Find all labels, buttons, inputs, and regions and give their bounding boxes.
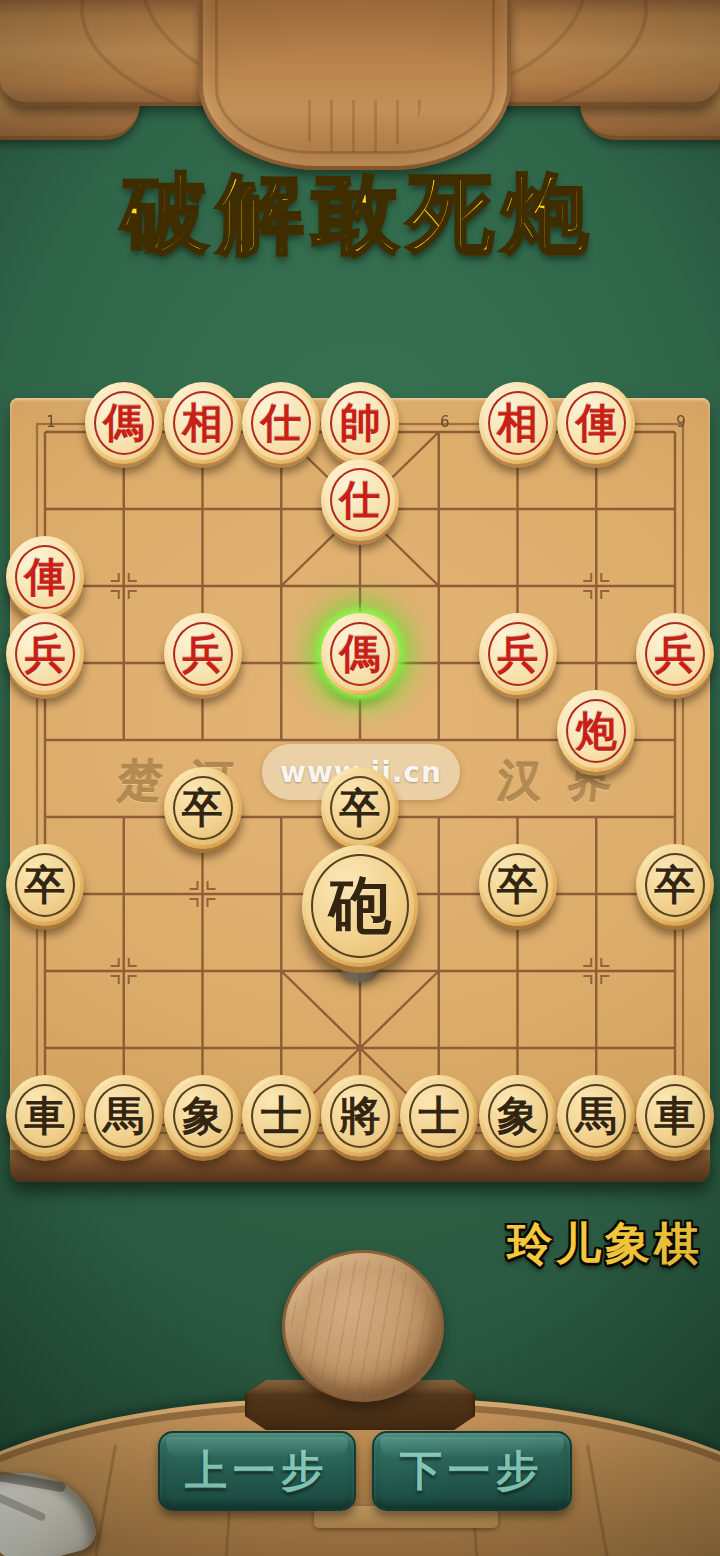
piece-glyph: 車 [25,1096,66,1137]
piece-glyph: 傌 [340,634,381,675]
piece-士-f6r10[interactable]: 士 [400,1075,478,1157]
piece-glyph: 炮 [576,711,617,752]
piece-glyph: 帥 [340,403,381,444]
piece-glyph: 俥 [25,557,66,598]
video-title: 破解敢死炮 [0,156,720,273]
piece-仕-f5r2[interactable]: 仕 [321,459,399,541]
piece-兵-f1r4[interactable]: 兵 [6,613,84,695]
piece-兵-f3r4[interactable]: 兵 [164,613,242,695]
piece-glyph: 馬 [103,1096,144,1137]
piece-象-f3r10[interactable]: 象 [164,1075,242,1157]
piece-glyph: 兵 [497,634,538,675]
piece-glyph: 馬 [576,1096,617,1137]
piece-glyph: 卒 [25,865,66,906]
piece-象-f7r10[interactable]: 象 [479,1075,557,1157]
piece-炮-f8r5[interactable]: 炮 [557,690,635,772]
piece-傌-f5r4[interactable]: 傌 [321,613,399,695]
piece-glyph: 相 [497,403,538,444]
piece-glyph: 車 [655,1096,696,1137]
piece-glyph: 卒 [182,788,223,829]
piece-俥-f1r3[interactable]: 俥 [6,536,84,618]
piece-glyph: 兵 [182,634,223,675]
piece-將-f5r10[interactable]: 將 [321,1075,399,1157]
piece-glyph: 士 [418,1096,459,1137]
piece-兵-f7r4[interactable]: 兵 [479,613,557,695]
piece-馬-f8r10[interactable]: 馬 [557,1075,635,1157]
piece-車-f9r10[interactable]: 車 [636,1075,714,1157]
piece-glyph: 兵 [655,634,696,675]
file-label-6: 6 [433,413,457,431]
prev-step-label: 上一步 [185,1443,329,1499]
piece-卒-f3r6[interactable]: 卒 [164,767,242,849]
piece-glyph: 傌 [103,403,144,444]
piece-傌-f2r1[interactable]: 傌 [85,382,163,464]
channel-name: 玲儿象棋 [498,1214,712,1274]
piece-glyph: 士 [261,1096,302,1137]
piece-bowl [282,1250,444,1402]
piece-相-f7r1[interactable]: 相 [479,382,557,464]
piece-士-f4r10[interactable]: 士 [242,1075,320,1157]
piece-車-f1r10[interactable]: 車 [6,1075,84,1157]
next-step-button[interactable]: 下一步 [372,1431,572,1511]
piece-glyph: 卒 [655,865,696,906]
app-screen: 破解敢死炮 楚河 汉界 www.jj.cn 123456789傌相仕帥相俥仕俥兵… [0,0,720,1556]
piece-馬-f2r10[interactable]: 馬 [85,1075,163,1157]
piece-glyph: 卒 [340,788,381,829]
next-step-label: 下一步 [400,1443,544,1499]
piece-glyph: 兵 [25,634,66,675]
prev-step-button[interactable]: 上一步 [158,1431,356,1511]
piece-俥-f8r1[interactable]: 俥 [557,382,635,464]
wood-arch-medallion [199,0,511,170]
piece-glyph: 仕 [261,403,302,444]
piece-glyph: 仕 [340,480,381,521]
piece-glyph: 將 [340,1096,381,1137]
file-label-1: 1 [39,413,63,431]
piece-帥-f5r1[interactable]: 帥 [321,382,399,464]
piece-glyph: 俥 [576,403,617,444]
piece-相-f3r1[interactable]: 相 [164,382,242,464]
piece-兵-f9r4[interactable]: 兵 [636,613,714,695]
piece-卒-f7r7[interactable]: 卒 [479,844,557,926]
piece-卒-f9r7[interactable]: 卒 [636,844,714,926]
file-label-9: 9 [669,413,693,431]
piece-砲-f5r8[interactable]: 砲 [302,845,418,967]
piece-仕-f4r1[interactable]: 仕 [242,382,320,464]
piece-卒-f5r6[interactable]: 卒 [321,767,399,849]
piece-glyph: 象 [182,1096,223,1137]
piece-glyph: 砲 [329,875,391,937]
piece-glyph: 卒 [497,865,538,906]
piece-glyph: 相 [182,403,223,444]
piece-卒-f1r7[interactable]: 卒 [6,844,84,926]
piece-glyph: 象 [497,1096,538,1137]
